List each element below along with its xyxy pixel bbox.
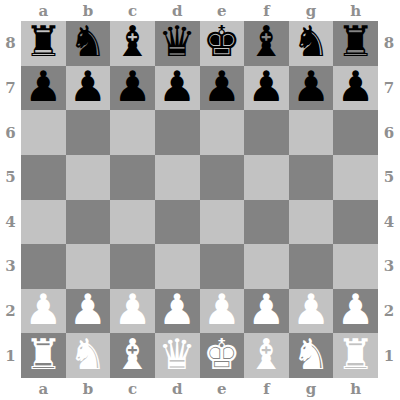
rank-label-4-left: 4 — [0, 200, 21, 245]
white-bishop-c1[interactable]: ♝ — [114, 334, 152, 376]
square-d3[interactable] — [155, 244, 200, 289]
square-g4[interactable] — [289, 200, 334, 245]
square-c8[interactable]: ♝ — [110, 21, 155, 66]
square-a7[interactable]: ♟ — [21, 66, 66, 111]
square-d5[interactable] — [155, 155, 200, 200]
file-label-a-bottom: a — [21, 378, 66, 400]
black-pawn-h7[interactable]: ♟ — [337, 66, 375, 108]
rank-label-2-right: 2 — [378, 289, 400, 334]
square-d6[interactable] — [155, 110, 200, 155]
file-label-c-bottom: c — [110, 378, 155, 400]
black-pawn-b7[interactable]: ♟ — [69, 66, 107, 108]
corner-spacer — [0, 0, 21, 21]
black-king-e8[interactable]: ♚ — [203, 21, 241, 63]
square-g1[interactable]: ♞ — [289, 333, 334, 378]
square-b2[interactable]: ♟ — [66, 289, 111, 334]
rank-label-6-left: 6 — [0, 110, 21, 155]
black-pawn-e7[interactable]: ♟ — [203, 66, 241, 108]
rank-label-6-right: 6 — [378, 110, 400, 155]
file-label-b-bottom: b — [66, 378, 111, 400]
square-f4[interactable] — [244, 200, 289, 245]
white-bishop-f1[interactable]: ♝ — [248, 334, 286, 376]
square-f3[interactable] — [244, 244, 289, 289]
white-pawn-b2[interactable]: ♟ — [69, 289, 107, 331]
black-pawn-d7[interactable]: ♟ — [158, 66, 196, 108]
square-h7[interactable]: ♟ — [333, 66, 378, 111]
square-f6[interactable] — [244, 110, 289, 155]
white-pawn-f2[interactable]: ♟ — [248, 289, 286, 331]
square-e4[interactable] — [200, 200, 245, 245]
black-knight-b8[interactable]: ♞ — [69, 21, 107, 63]
square-b7[interactable]: ♟ — [66, 66, 111, 111]
rank-label-5-left: 5 — [0, 155, 21, 200]
black-queen-d8[interactable]: ♛ — [158, 21, 196, 63]
square-g8[interactable]: ♞ — [289, 21, 334, 66]
square-b1[interactable]: ♞ — [66, 333, 111, 378]
square-b3[interactable] — [66, 244, 111, 289]
black-pawn-f7[interactable]: ♟ — [248, 66, 286, 108]
square-c3[interactable] — [110, 244, 155, 289]
square-b6[interactable] — [66, 110, 111, 155]
square-h2[interactable]: ♟ — [333, 289, 378, 334]
white-queen-d1[interactable]: ♛ — [158, 334, 196, 376]
square-d4[interactable] — [155, 200, 200, 245]
square-e5[interactable] — [200, 155, 245, 200]
black-pawn-g7[interactable]: ♟ — [292, 66, 330, 108]
rank-label-4-right: 4 — [378, 200, 400, 245]
square-f7[interactable]: ♟ — [244, 66, 289, 111]
corner-spacer — [0, 378, 21, 400]
corner-spacer — [378, 0, 400, 21]
chess-diagram: abcdefgh8♜♞♝♛♚♝♞♜87♟♟♟♟♟♟♟♟7665544332♟♟♟… — [0, 0, 400, 400]
white-pawn-h2[interactable]: ♟ — [337, 289, 375, 331]
white-rook-h1[interactable]: ♜ — [337, 334, 375, 376]
square-e3[interactable] — [200, 244, 245, 289]
black-rook-h8[interactable]: ♜ — [337, 21, 375, 63]
rank-label-8-left: 8 — [0, 21, 21, 66]
rank-label-1-right: 1 — [378, 333, 400, 378]
square-e7[interactable]: ♟ — [200, 66, 245, 111]
square-h6[interactable] — [333, 110, 378, 155]
black-pawn-c7[interactable]: ♟ — [114, 66, 152, 108]
black-pawn-a7[interactable]: ♟ — [24, 66, 62, 108]
square-c1[interactable]: ♝ — [110, 333, 155, 378]
square-a8[interactable]: ♜ — [21, 21, 66, 66]
white-pawn-d2[interactable]: ♟ — [158, 289, 196, 331]
square-c4[interactable] — [110, 200, 155, 245]
square-a2[interactable]: ♟ — [21, 289, 66, 334]
square-f1[interactable]: ♝ — [244, 333, 289, 378]
white-knight-g1[interactable]: ♞ — [292, 334, 330, 376]
square-d8[interactable]: ♛ — [155, 21, 200, 66]
white-pawn-g2[interactable]: ♟ — [292, 289, 330, 331]
rank-label-1-left: 1 — [0, 333, 21, 378]
square-h1[interactable]: ♜ — [333, 333, 378, 378]
square-a1[interactable]: ♜ — [21, 333, 66, 378]
square-g7[interactable]: ♟ — [289, 66, 334, 111]
square-g5[interactable] — [289, 155, 334, 200]
white-knight-b1[interactable]: ♞ — [69, 334, 107, 376]
square-h8[interactable]: ♜ — [333, 21, 378, 66]
square-g2[interactable]: ♟ — [289, 289, 334, 334]
rank-label-7-left: 7 — [0, 66, 21, 111]
square-e1[interactable]: ♚ — [200, 333, 245, 378]
square-e2[interactable]: ♟ — [200, 289, 245, 334]
corner-spacer — [378, 378, 400, 400]
square-f8[interactable]: ♝ — [244, 21, 289, 66]
square-h3[interactable] — [333, 244, 378, 289]
square-c2[interactable]: ♟ — [110, 289, 155, 334]
square-d7[interactable]: ♟ — [155, 66, 200, 111]
square-e6[interactable] — [200, 110, 245, 155]
square-h5[interactable] — [333, 155, 378, 200]
file-label-e-bottom: e — [200, 378, 245, 400]
square-c5[interactable] — [110, 155, 155, 200]
white-pawn-c2[interactable]: ♟ — [114, 289, 152, 331]
file-label-g-bottom: g — [289, 378, 334, 400]
square-b4[interactable] — [66, 200, 111, 245]
square-h4[interactable] — [333, 200, 378, 245]
square-a5[interactable] — [21, 155, 66, 200]
square-g6[interactable] — [289, 110, 334, 155]
square-a6[interactable] — [21, 110, 66, 155]
black-bishop-c8[interactable]: ♝ — [114, 21, 152, 63]
file-label-h-bottom: h — [333, 378, 378, 400]
square-d1[interactable]: ♛ — [155, 333, 200, 378]
rank-label-7-right: 7 — [378, 66, 400, 111]
square-b8[interactable]: ♞ — [66, 21, 111, 66]
black-rook-a8[interactable]: ♜ — [24, 21, 62, 63]
square-c6[interactable] — [110, 110, 155, 155]
square-a4[interactable] — [21, 200, 66, 245]
chessboard: abcdefgh8♜♞♝♛♚♝♞♜87♟♟♟♟♟♟♟♟7665544332♟♟♟… — [0, 0, 400, 400]
file-label-f-bottom: f — [244, 378, 289, 400]
black-knight-g8[interactable]: ♞ — [292, 21, 330, 63]
white-rook-a1[interactable]: ♜ — [24, 334, 62, 376]
square-f5[interactable] — [244, 155, 289, 200]
white-king-e1[interactable]: ♚ — [203, 334, 241, 376]
rank-label-3-right: 3 — [378, 244, 400, 289]
square-b5[interactable] — [66, 155, 111, 200]
square-g3[interactable] — [289, 244, 334, 289]
file-label-d-bottom: d — [155, 378, 200, 400]
rank-label-5-right: 5 — [378, 155, 400, 200]
white-pawn-a2[interactable]: ♟ — [24, 289, 62, 331]
rank-label-3-left: 3 — [0, 244, 21, 289]
square-f2[interactable]: ♟ — [244, 289, 289, 334]
white-pawn-e2[interactable]: ♟ — [203, 289, 241, 331]
rank-label-8-right: 8 — [378, 21, 400, 66]
black-bishop-f8[interactable]: ♝ — [248, 21, 286, 63]
square-a3[interactable] — [21, 244, 66, 289]
square-c7[interactable]: ♟ — [110, 66, 155, 111]
square-d2[interactable]: ♟ — [155, 289, 200, 334]
rank-label-2-left: 2 — [0, 289, 21, 334]
square-e8[interactable]: ♚ — [200, 21, 245, 66]
